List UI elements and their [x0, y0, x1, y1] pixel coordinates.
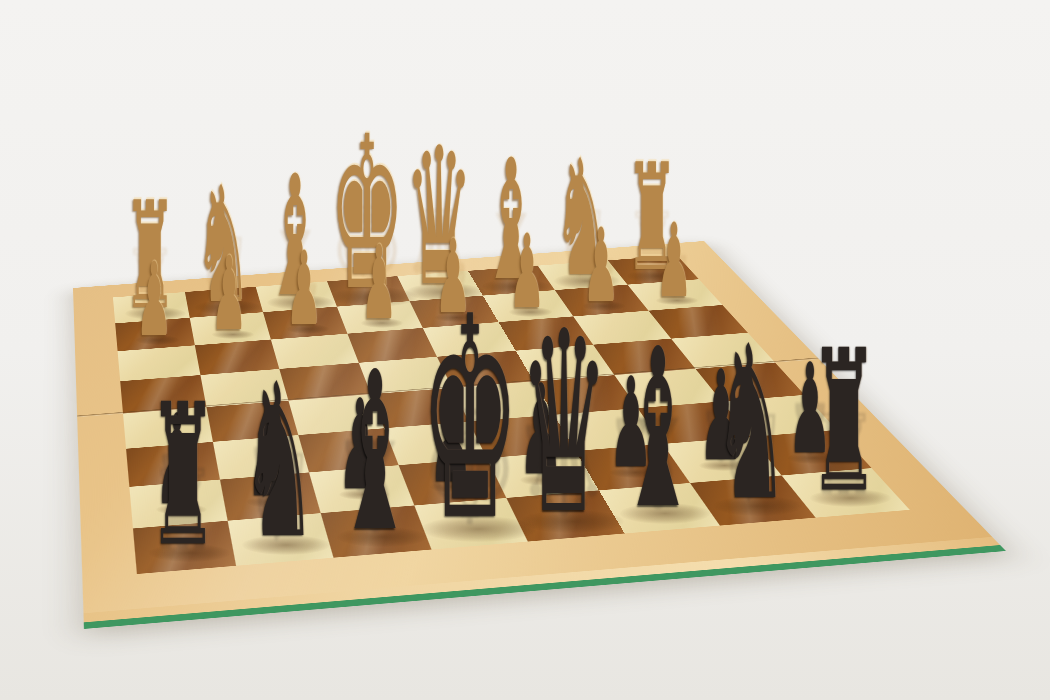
square-h8 — [133, 521, 236, 574]
board-grid — [113, 255, 910, 574]
square-f8 — [321, 506, 431, 558]
chess-board — [73, 241, 1006, 629]
board-border — [73, 241, 992, 613]
square-g8 — [227, 513, 333, 566]
photo-backdrop: ♜♜♞♞♝♝♚♚♛♛♝♝♞♞♜♜♟♟♟♟♟♟♟♟♟♟♟♟♟♟♟♟♟♟♟♟♟♟♟♟… — [0, 0, 1050, 700]
